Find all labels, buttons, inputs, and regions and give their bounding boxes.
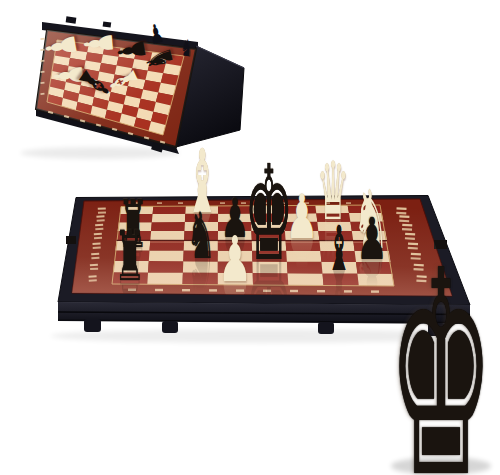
fold-ridge-nub-2	[103, 21, 112, 27]
main-board-surface	[66, 199, 452, 296]
board-foot-1	[84, 319, 101, 332]
folded-board	[36, 16, 244, 154]
hinge-clasp-left	[66, 236, 76, 244]
board-foot-3	[318, 322, 334, 334]
display-king-shadow	[391, 457, 491, 475]
gloss-overlay	[72, 199, 452, 296]
product-photo: ♜♜♝♞♟♟♚♟♛♝♞♟ ♜♜♝♞♟♟♚♟♛♝♞♟ ♟♟♟♞♟♝♝♟♞ ♚	[0, 0, 500, 475]
fold-ridge-nub-1	[66, 16, 77, 23]
board-foot-4	[428, 323, 445, 336]
board-ground-shadow	[50, 329, 474, 343]
board-foot-2	[162, 321, 178, 333]
scene-svg	[0, 0, 500, 475]
